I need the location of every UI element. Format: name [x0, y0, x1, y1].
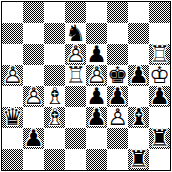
- piece-cutout: ♝: [44, 86, 65, 107]
- piece-black-pawn: ♟: [149, 86, 170, 107]
- square-a1[interactable]: [2, 149, 23, 170]
- square-h5[interactable]: ♚♔: [149, 65, 170, 86]
- piece-white-pawn: ♙: [86, 65, 107, 86]
- piece-black-rook: ♜: [128, 149, 149, 170]
- square-f1[interactable]: [107, 149, 128, 170]
- square-c7[interactable]: [44, 23, 65, 44]
- square-b6[interactable]: [23, 44, 44, 65]
- piece-black-rook: ♜: [149, 128, 170, 149]
- piece-black-pawn: ♟: [23, 128, 44, 149]
- square-a5[interactable]: ♟♙: [2, 65, 23, 86]
- square-d2[interactable]: [65, 128, 86, 149]
- square-h8[interactable]: [149, 2, 170, 23]
- square-g1[interactable]: ♜♜: [128, 149, 149, 170]
- piece-black-queen: ♛: [2, 107, 23, 128]
- square-e5[interactable]: ♟♙: [86, 65, 107, 86]
- piece-cutout: ♝: [128, 107, 149, 128]
- piece-white-king: ♔: [149, 65, 170, 86]
- square-b5[interactable]: [23, 65, 44, 86]
- square-h2[interactable]: ♜♜: [149, 128, 170, 149]
- square-a4[interactable]: [2, 86, 23, 107]
- square-b8[interactable]: [23, 2, 44, 23]
- piece-black-bishop: ♝: [128, 107, 149, 128]
- square-e1[interactable]: [86, 149, 107, 170]
- piece-cutout: ♜: [149, 128, 170, 149]
- square-f2[interactable]: [107, 128, 128, 149]
- square-d1[interactable]: [65, 149, 86, 170]
- piece-cutout: ♟: [86, 86, 107, 107]
- square-b2[interactable]: ♟♟: [23, 128, 44, 149]
- piece-cutout: ♟: [2, 65, 23, 86]
- piece-black-king: ♚: [107, 65, 128, 86]
- square-a6[interactable]: [2, 44, 23, 65]
- square-e7[interactable]: [86, 23, 107, 44]
- piece-white-bishop: ♗: [44, 107, 65, 128]
- piece-black-pawn: ♟: [128, 65, 149, 86]
- square-e3[interactable]: ♟♟: [86, 107, 107, 128]
- piece-cutout: ♜: [65, 65, 86, 86]
- piece-white-pawn: ♙: [23, 86, 44, 107]
- square-g3[interactable]: ♝♝: [128, 107, 149, 128]
- square-c4[interactable]: ♝♗: [44, 86, 65, 107]
- square-b4[interactable]: ♟♙: [23, 86, 44, 107]
- chess-diagram: ♞♞♟♙♟♟♜♖♟♙♜♖♟♙♚♚♟♟♚♔♟♙♝♗♟♟♟♟♟♟♛♛♝♗♟♟♟♙♝♝…: [0, 0, 172, 172]
- piece-cutout: ♟: [86, 44, 107, 65]
- piece-white-bishop: ♗: [44, 86, 65, 107]
- piece-black-knight: ♞: [65, 23, 86, 44]
- piece-black-pawn: ♟: [86, 86, 107, 107]
- piece-cutout: ♞: [65, 23, 86, 44]
- square-d3[interactable]: [65, 107, 86, 128]
- square-g2[interactable]: [128, 128, 149, 149]
- piece-cutout: ♛: [2, 107, 23, 128]
- square-b7[interactable]: [23, 23, 44, 44]
- square-c3[interactable]: ♝♗: [44, 107, 65, 128]
- piece-cutout: ♟: [86, 65, 107, 86]
- square-f4[interactable]: ♟♟: [107, 86, 128, 107]
- square-g5[interactable]: ♟♟: [128, 65, 149, 86]
- square-a7[interactable]: [2, 23, 23, 44]
- square-h7[interactable]: [149, 23, 170, 44]
- piece-cutout: ♜: [149, 44, 170, 65]
- square-g6[interactable]: [128, 44, 149, 65]
- piece-cutout: ♟: [23, 86, 44, 107]
- square-g4[interactable]: [128, 86, 149, 107]
- square-a8[interactable]: [2, 2, 23, 23]
- piece-white-pawn: ♙: [107, 107, 128, 128]
- square-h1[interactable]: [149, 149, 170, 170]
- piece-white-pawn: ♙: [65, 44, 86, 65]
- square-h4[interactable]: ♟♟: [149, 86, 170, 107]
- square-d6[interactable]: ♟♙: [65, 44, 86, 65]
- chess-board: ♞♞♟♙♟♟♜♖♟♙♜♖♟♙♚♚♟♟♚♔♟♙♝♗♟♟♟♟♟♟♛♛♝♗♟♟♟♙♝♝…: [1, 1, 171, 171]
- square-d8[interactable]: [65, 2, 86, 23]
- square-c1[interactable]: [44, 149, 65, 170]
- piece-cutout: ♚: [107, 65, 128, 86]
- square-e2[interactable]: [86, 128, 107, 149]
- square-d4[interactable]: [65, 86, 86, 107]
- square-c8[interactable]: [44, 2, 65, 23]
- piece-black-pawn: ♟: [86, 107, 107, 128]
- piece-cutout: ♜: [128, 149, 149, 170]
- piece-cutout: ♟: [107, 86, 128, 107]
- square-b3[interactable]: [23, 107, 44, 128]
- square-f3[interactable]: ♟♙: [107, 107, 128, 128]
- square-g8[interactable]: [128, 2, 149, 23]
- square-f6[interactable]: [107, 44, 128, 65]
- square-c5[interactable]: [44, 65, 65, 86]
- square-h6[interactable]: ♜♖: [149, 44, 170, 65]
- piece-cutout: ♝: [44, 107, 65, 128]
- piece-cutout: ♟: [23, 128, 44, 149]
- square-c6[interactable]: [44, 44, 65, 65]
- piece-cutout: ♟: [149, 86, 170, 107]
- piece-cutout: ♚: [149, 65, 170, 86]
- square-a3[interactable]: ♛♛: [2, 107, 23, 128]
- square-g7[interactable]: [128, 23, 149, 44]
- square-d5[interactable]: ♜♖: [65, 65, 86, 86]
- square-f7[interactable]: [107, 23, 128, 44]
- piece-cutout: ♟: [107, 107, 128, 128]
- square-h3[interactable]: [149, 107, 170, 128]
- piece-black-pawn: ♟: [107, 86, 128, 107]
- square-f8[interactable]: [107, 2, 128, 23]
- piece-cutout: ♟: [65, 44, 86, 65]
- square-f5[interactable]: ♚♚: [107, 65, 128, 86]
- piece-white-rook: ♖: [149, 44, 170, 65]
- square-c2[interactable]: [44, 128, 65, 149]
- square-b1[interactable]: [23, 149, 44, 170]
- piece-cutout: ♟: [86, 107, 107, 128]
- piece-white-rook: ♖: [65, 65, 86, 86]
- square-e4[interactable]: ♟♟: [86, 86, 107, 107]
- piece-black-pawn: ♟: [86, 44, 107, 65]
- square-e8[interactable]: [86, 2, 107, 23]
- square-e6[interactable]: ♟♟: [86, 44, 107, 65]
- square-a2[interactable]: [2, 128, 23, 149]
- piece-cutout: ♟: [128, 65, 149, 86]
- piece-white-pawn: ♙: [2, 65, 23, 86]
- square-d7[interactable]: ♞♞: [65, 23, 86, 44]
